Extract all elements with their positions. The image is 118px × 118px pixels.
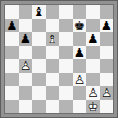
square-a7[interactable]: ♟ bbox=[5, 19, 19, 33]
white-pawn-outline-icon: ♙ bbox=[73, 73, 87, 87]
square-h5[interactable] bbox=[100, 46, 114, 60]
white-pawn-outline-icon: ♙ bbox=[86, 86, 100, 100]
black-bishop-icon: ♝ bbox=[32, 5, 46, 19]
piece-black-pawn-a7[interactable]: ♟ bbox=[5, 19, 19, 33]
square-b5[interactable] bbox=[19, 46, 33, 60]
piece-black-pawn-f5[interactable]: ♟ bbox=[73, 46, 87, 60]
square-f4[interactable] bbox=[73, 59, 87, 73]
black-pawn-icon: ♟ bbox=[19, 32, 33, 46]
square-f1[interactable] bbox=[73, 100, 87, 114]
square-d6[interactable]: ♝♗ bbox=[46, 32, 60, 46]
square-g4[interactable] bbox=[86, 59, 100, 73]
square-g5[interactable] bbox=[86, 46, 100, 60]
square-f8[interactable] bbox=[73, 5, 87, 19]
square-c8[interactable]: ♝ bbox=[32, 5, 46, 19]
black-king-icon: ♚ bbox=[73, 19, 87, 33]
black-pawn-icon: ♟ bbox=[86, 32, 100, 46]
square-d5[interactable] bbox=[46, 46, 60, 60]
square-f6[interactable] bbox=[73, 32, 87, 46]
square-a6[interactable] bbox=[5, 32, 19, 46]
white-king-outline-icon: ♔ bbox=[86, 100, 100, 114]
square-c7[interactable] bbox=[32, 19, 46, 33]
square-d8[interactable] bbox=[46, 5, 60, 19]
square-d3[interactable] bbox=[46, 73, 60, 87]
square-h8[interactable] bbox=[100, 5, 114, 19]
square-g8[interactable] bbox=[86, 5, 100, 19]
piece-black-king-f7[interactable]: ♚ bbox=[73, 19, 87, 33]
square-a5[interactable] bbox=[5, 46, 19, 60]
square-b4[interactable]: ♟♙ bbox=[19, 59, 33, 73]
piece-white-pawn-h2[interactable]: ♟♙ bbox=[100, 86, 114, 100]
square-g6[interactable]: ♟ bbox=[86, 32, 100, 46]
square-b8[interactable] bbox=[19, 5, 33, 19]
square-f7[interactable]: ♚ bbox=[73, 19, 87, 33]
white-bishop-outline-icon: ♗ bbox=[46, 32, 60, 46]
square-f2[interactable] bbox=[73, 86, 87, 100]
square-c6[interactable] bbox=[32, 32, 46, 46]
white-pawn-outline-icon: ♙ bbox=[100, 86, 114, 100]
black-pawn-icon: ♟ bbox=[5, 19, 19, 33]
square-a1[interactable] bbox=[5, 100, 19, 114]
square-e3[interactable] bbox=[59, 73, 73, 87]
square-e2[interactable] bbox=[59, 86, 73, 100]
square-c1[interactable] bbox=[32, 100, 46, 114]
square-a8[interactable] bbox=[5, 5, 19, 19]
piece-white-bishop-d6[interactable]: ♝♗ bbox=[46, 32, 60, 46]
square-e8[interactable] bbox=[59, 5, 73, 19]
square-c3[interactable] bbox=[32, 73, 46, 87]
square-f5[interactable]: ♟ bbox=[73, 46, 87, 60]
black-pawn-icon: ♟ bbox=[100, 19, 114, 33]
piece-white-king-g1[interactable]: ♚♔ bbox=[86, 100, 100, 114]
white-pawn-outline-icon: ♙ bbox=[19, 59, 33, 73]
square-d1[interactable] bbox=[46, 100, 60, 114]
black-pawn-icon: ♟ bbox=[73, 46, 87, 60]
square-e4[interactable] bbox=[59, 59, 73, 73]
square-b1[interactable] bbox=[19, 100, 33, 114]
piece-black-pawn-g6[interactable]: ♟ bbox=[86, 32, 100, 46]
square-h7[interactable]: ♟ bbox=[100, 19, 114, 33]
square-e6[interactable] bbox=[59, 32, 73, 46]
square-e7[interactable] bbox=[59, 19, 73, 33]
square-h3[interactable] bbox=[100, 73, 114, 87]
square-b6[interactable]: ♟ bbox=[19, 32, 33, 46]
square-d2[interactable] bbox=[46, 86, 60, 100]
piece-white-pawn-g2[interactable]: ♟♙ bbox=[86, 86, 100, 100]
square-d7[interactable] bbox=[46, 19, 60, 33]
square-c5[interactable] bbox=[32, 46, 46, 60]
square-f3[interactable]: ♟♙ bbox=[73, 73, 87, 87]
square-e1[interactable] bbox=[59, 100, 73, 114]
square-g3[interactable] bbox=[86, 73, 100, 87]
square-b3[interactable] bbox=[19, 73, 33, 87]
piece-black-bishop-c8[interactable]: ♝ bbox=[32, 5, 46, 19]
piece-white-pawn-b4[interactable]: ♟♙ bbox=[19, 59, 33, 73]
square-h2[interactable]: ♟♙ bbox=[100, 86, 114, 100]
square-c4[interactable] bbox=[32, 59, 46, 73]
square-b7[interactable] bbox=[19, 19, 33, 33]
square-a4[interactable] bbox=[5, 59, 19, 73]
square-a3[interactable] bbox=[5, 73, 19, 87]
chess-board-frame: ♝♟♚♟♟♝♗♟♟♟♙♟♙♟♙♟♙♚♔ bbox=[0, 0, 118, 118]
chess-board: ♝♟♚♟♟♝♗♟♟♟♙♟♙♟♙♟♙♚♔ bbox=[5, 5, 113, 113]
piece-black-pawn-h7[interactable]: ♟ bbox=[100, 19, 114, 33]
piece-white-pawn-f3[interactable]: ♟♙ bbox=[73, 73, 87, 87]
square-h4[interactable] bbox=[100, 59, 114, 73]
square-h6[interactable] bbox=[100, 32, 114, 46]
piece-black-pawn-b6[interactable]: ♟ bbox=[19, 32, 33, 46]
square-g7[interactable] bbox=[86, 19, 100, 33]
square-b2[interactable] bbox=[19, 86, 33, 100]
square-c2[interactable] bbox=[32, 86, 46, 100]
square-g2[interactable]: ♟♙ bbox=[86, 86, 100, 100]
square-a2[interactable] bbox=[5, 86, 19, 100]
square-e5[interactable] bbox=[59, 46, 73, 60]
square-h1[interactable] bbox=[100, 100, 114, 114]
square-g1[interactable]: ♚♔ bbox=[86, 100, 100, 114]
square-d4[interactable] bbox=[46, 59, 60, 73]
